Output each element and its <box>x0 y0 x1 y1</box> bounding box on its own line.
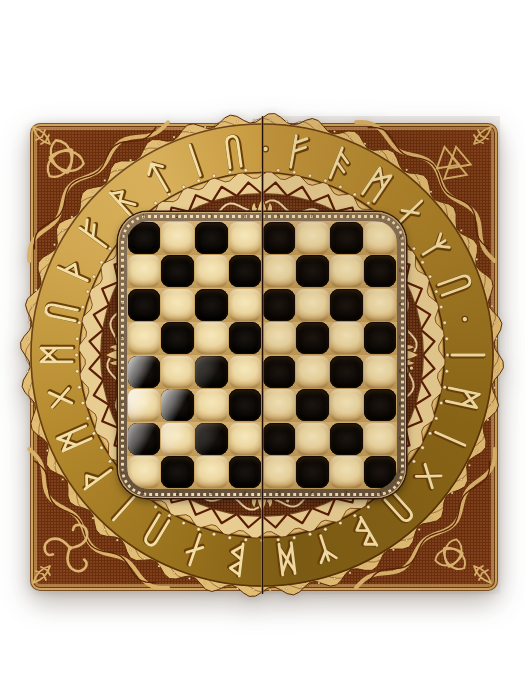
leaf-ornament <box>33 566 50 583</box>
carved-board-photo: 1122334455667788AABBCCDDEEFFGGHH <box>0 0 525 700</box>
triquetra-symbol <box>430 534 475 575</box>
leaf-ornament <box>33 127 50 144</box>
leaf-ornament <box>474 566 491 583</box>
leaf-ornament <box>474 127 491 144</box>
hinge-seam <box>261 116 264 594</box>
